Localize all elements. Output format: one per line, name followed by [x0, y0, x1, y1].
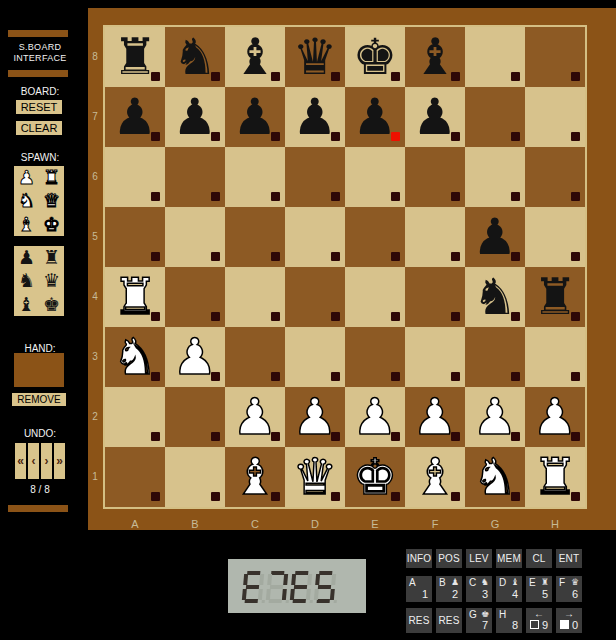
spawn-white-rook[interactable]: ♜	[39, 166, 64, 189]
square-led-b5	[211, 252, 220, 261]
hand-box[interactable]	[14, 353, 64, 387]
undo-controls: «‹›»	[15, 443, 65, 479]
square-led-a8	[151, 72, 160, 81]
square-led-f1	[451, 492, 460, 501]
square-g7[interactable]	[465, 87, 525, 147]
square-d8[interactable]: ♛	[285, 27, 345, 87]
rank-label-4: 4	[88, 291, 102, 302]
rook-icon: ♜	[541, 577, 549, 587]
square-d3[interactable]	[285, 327, 345, 387]
rank-label-2: 2	[88, 411, 102, 422]
rank-label-6: 6	[88, 171, 102, 182]
key-ent[interactable]: ENT	[556, 549, 582, 568]
square-led-h1	[571, 492, 580, 501]
file-label-h: H	[525, 518, 585, 530]
key-digit: 5	[542, 588, 548, 600]
rank-label-7: 7	[88, 111, 102, 122]
square-led-b1	[211, 492, 220, 501]
square-led-c1	[271, 492, 280, 501]
key-letter: G	[469, 609, 477, 620]
segment	[269, 599, 282, 603]
square-g1[interactable]: ♞	[465, 447, 525, 507]
decimal-point	[334, 600, 337, 603]
square-f7[interactable]: ♟	[405, 87, 465, 147]
square-d4[interactable]	[285, 267, 345, 327]
key-d4[interactable]: D♝4	[496, 576, 522, 602]
key-f6[interactable]: F♛6	[556, 576, 582, 602]
spawn-black-king[interactable]: ♚	[39, 293, 64, 316]
square-a8[interactable]: ♜	[105, 27, 165, 87]
square-h2[interactable]: ♟	[525, 387, 585, 447]
square-d1[interactable]: ♛	[285, 447, 345, 507]
key-left-9[interactable]: ←9	[526, 608, 552, 633]
segment	[315, 574, 320, 585]
square-b7[interactable]: ♟	[165, 87, 225, 147]
square-b4[interactable]	[165, 267, 225, 327]
square-led-d1	[331, 492, 340, 501]
square-g5[interactable]: ♟	[465, 207, 525, 267]
square-c6[interactable]	[225, 147, 285, 207]
square-led-a3	[151, 372, 160, 381]
square-e8[interactable]: ♚	[345, 27, 405, 87]
square-h7[interactable]	[525, 87, 585, 147]
right-arrow-icon: →	[556, 608, 582, 619]
decimal-point	[310, 600, 313, 603]
square-g3[interactable]	[465, 327, 525, 387]
lcd-display	[228, 559, 366, 613]
remove-button[interactable]: REMOVE	[12, 393, 66, 406]
file-label-b: B	[165, 518, 225, 530]
segment	[271, 571, 284, 575]
key-h8[interactable]: H8	[496, 608, 522, 633]
square-c8[interactable]: ♝	[225, 27, 285, 87]
spawn-section-label: SPAWN:	[0, 152, 80, 163]
king-icon: ♚	[481, 609, 489, 619]
board-frame: 87654321 ♜♞♝♛♚♝♟♟♟♟♟♟♟♜♞♜♞♟♟♟♟♟♟♟♝♛♚♝♞♜ …	[88, 8, 616, 530]
spawn-black-bishop[interactable]: ♝	[14, 293, 39, 316]
square-g8[interactable]	[465, 27, 525, 87]
left-arrow-icon: ←	[526, 608, 552, 619]
segment	[246, 585, 259, 589]
segment	[331, 574, 336, 585]
square-e7[interactable]: ♟	[345, 87, 405, 147]
square-led-c8	[271, 72, 280, 81]
key-letter: D	[499, 577, 506, 588]
spawn-black-rook[interactable]: ♜	[39, 246, 64, 269]
spawn-panel-black: ♟♜♞♛♝♚	[14, 246, 64, 316]
square-led-g4	[511, 312, 520, 321]
square-c1[interactable]: ♝	[225, 447, 285, 507]
file-label-d: D	[285, 518, 345, 530]
key-letter: H	[499, 609, 506, 620]
key-g7[interactable]: G♚7	[466, 608, 492, 633]
key-label: POS	[436, 549, 462, 568]
undo-section-label: UNDO:	[0, 428, 80, 439]
key-res[interactable]: RES	[436, 608, 462, 633]
square-c4[interactable]	[225, 267, 285, 327]
segment	[330, 589, 335, 600]
square-led-f8	[451, 72, 460, 81]
square-led-d4	[331, 312, 340, 321]
square-h5[interactable]	[525, 207, 585, 267]
spawn-black-knight[interactable]: ♞	[14, 269, 39, 292]
square-led-a7	[151, 132, 160, 141]
key-label: CL	[526, 549, 552, 568]
white-bishop-icon: ♝	[18, 215, 35, 234]
spawn-white-bishop[interactable]: ♝	[14, 213, 39, 236]
square-a4[interactable]: ♜	[105, 267, 165, 327]
square-g2[interactable]: ♟	[465, 387, 525, 447]
square-led-h7	[571, 132, 580, 141]
app-title-line2: INTERFACE	[0, 53, 80, 63]
key-lev[interactable]: LEV	[466, 549, 492, 568]
file-label-e: E	[345, 518, 405, 530]
key-letter: F	[559, 577, 565, 588]
square-led-b7	[211, 132, 220, 141]
square-a2[interactable]	[105, 387, 165, 447]
black-king-icon: ♚	[43, 295, 60, 314]
square-c3[interactable]	[225, 327, 285, 387]
key-b2[interactable]: B♟2	[436, 576, 462, 602]
spawn-black-pawn[interactable]: ♟	[14, 246, 39, 269]
outline-square-icon	[530, 620, 539, 629]
key-letter: A	[409, 577, 416, 588]
square-led-b2	[211, 432, 220, 441]
segment	[317, 599, 330, 603]
spawn-white-queen[interactable]: ♛	[39, 189, 64, 212]
square-led-a1	[151, 492, 160, 501]
segment	[258, 589, 263, 600]
white-king-icon: ♚	[43, 215, 60, 234]
square-f4[interactable]	[405, 267, 465, 327]
square-led-e3	[391, 372, 400, 381]
square-led-f6	[451, 192, 460, 201]
key-label: ENT	[556, 549, 582, 568]
decimal-point	[286, 600, 289, 603]
square-led-f4	[451, 312, 460, 321]
segment	[267, 574, 272, 585]
key-label: INFO	[406, 549, 432, 568]
square-led-a6	[151, 192, 160, 201]
segment	[306, 589, 311, 600]
square-g4[interactable]: ♞	[465, 267, 525, 327]
square-e4[interactable]	[345, 267, 405, 327]
square-e5[interactable]	[345, 207, 405, 267]
segment	[243, 574, 248, 585]
black-bishop-icon: ♝	[18, 295, 35, 314]
sidebar: S.BOARD INTERFACE BOARD: RESET CLEAR SPA…	[0, 0, 80, 530]
square-led-h3	[571, 372, 580, 381]
rank-label-5: 5	[88, 231, 102, 242]
square-b1[interactable]	[165, 447, 225, 507]
square-h4[interactable]: ♜	[525, 267, 585, 327]
square-f8[interactable]: ♝	[405, 27, 465, 87]
square-led-h8	[571, 72, 580, 81]
key-pos[interactable]: POS	[436, 549, 462, 568]
square-d2[interactable]: ♟	[285, 387, 345, 447]
file-label-c: C	[225, 518, 285, 530]
divider-bar	[8, 30, 68, 37]
segment	[307, 574, 312, 585]
key-a1[interactable]: A1	[406, 576, 432, 602]
key-digit: 6	[572, 588, 578, 600]
square-led-c5	[271, 252, 280, 261]
square-h1[interactable]: ♜	[525, 447, 585, 507]
square-a7[interactable]: ♟	[105, 87, 165, 147]
key-digit: 8	[512, 619, 518, 631]
segment	[295, 571, 308, 575]
square-led-e6	[391, 192, 400, 201]
square-e1[interactable]: ♚	[345, 447, 405, 507]
segment	[282, 589, 287, 600]
white-pawn-icon: ♟	[18, 168, 35, 187]
white-rook-icon: ♜	[43, 168, 60, 187]
key-right-0[interactable]: →0	[556, 608, 582, 633]
spawn-panel-white: ♟♜♞♛♝♚	[14, 166, 64, 236]
key-mem[interactable]: MEM	[496, 549, 522, 568]
white-knight-icon: ♞	[18, 191, 35, 210]
key-digit: 4	[512, 588, 518, 600]
square-c2[interactable]: ♟	[225, 387, 285, 447]
square-b2[interactable]	[165, 387, 225, 447]
square-g6[interactable]	[465, 147, 525, 207]
square-f3[interactable]	[405, 327, 465, 387]
segment	[319, 571, 332, 575]
file-label-g: G	[465, 518, 525, 530]
key-digit: 7	[482, 619, 488, 631]
square-led-d2	[331, 432, 340, 441]
square-led-d6	[331, 192, 340, 201]
square-led-g8	[511, 72, 520, 81]
square-a3[interactable]: ♞	[105, 327, 165, 387]
divider-bar	[8, 70, 68, 77]
square-led-b3	[211, 372, 220, 381]
square-f1[interactable]: ♝	[405, 447, 465, 507]
key-digit: 3	[482, 588, 488, 600]
key-label: RES	[436, 608, 462, 633]
square-led-h5	[571, 252, 580, 261]
key-cl[interactable]: CL	[526, 549, 552, 568]
board-squares: ♜♞♝♛♚♝♟♟♟♟♟♟♟♜♞♜♞♟♟♟♟♟♟♟♝♛♚♝♞♜	[103, 25, 587, 509]
square-led-d8	[331, 72, 340, 81]
square-d6[interactable]	[285, 147, 345, 207]
undo-button[interactable]: ‹	[28, 443, 39, 479]
redo-button[interactable]: ›	[41, 443, 52, 479]
filled-square-icon	[560, 620, 569, 629]
lcd-digit-1	[242, 571, 265, 603]
square-led-d5	[331, 252, 340, 261]
square-led-e7	[391, 132, 400, 141]
square-led-f2	[451, 432, 460, 441]
square-f5[interactable]	[405, 207, 465, 267]
square-h3[interactable]	[525, 327, 585, 387]
black-knight-icon: ♞	[18, 271, 35, 290]
lcd-digit-4	[314, 571, 337, 603]
segment	[318, 585, 331, 589]
segment	[245, 599, 258, 603]
key-c3[interactable]: C♞3	[466, 576, 492, 602]
square-led-c2	[271, 432, 280, 441]
square-b5[interactable]	[165, 207, 225, 267]
segment	[291, 574, 296, 585]
key-digit: 2	[452, 588, 458, 600]
clear-button[interactable]: CLEAR	[16, 121, 62, 135]
black-pawn-icon: ♟	[18, 248, 35, 267]
undo-all-button[interactable]: «	[15, 443, 26, 479]
queen-icon: ♛	[571, 577, 579, 587]
square-led-e5	[391, 252, 400, 261]
square-b6[interactable]	[165, 147, 225, 207]
square-c7[interactable]: ♟	[225, 87, 285, 147]
knight-icon: ♞	[481, 577, 489, 587]
key-digit: 1	[422, 588, 428, 600]
square-led-g6	[511, 192, 520, 201]
key-digit: 0	[572, 619, 578, 631]
square-led-g5	[511, 252, 520, 261]
square-led-c3	[271, 372, 280, 381]
square-led-a5	[151, 252, 160, 261]
segment	[294, 585, 307, 589]
key-label: LEV	[466, 549, 492, 568]
spawn-black-queen[interactable]: ♛	[39, 269, 64, 292]
square-led-c7	[271, 132, 280, 141]
key-letter: B	[439, 577, 446, 588]
bishop-icon: ♝	[511, 577, 519, 587]
segment	[247, 571, 260, 575]
key-label: MEM	[496, 549, 522, 568]
spawn-white-pawn[interactable]: ♟	[14, 166, 39, 189]
black-queen-icon: ♛	[43, 271, 60, 290]
square-led-f5	[451, 252, 460, 261]
square-f6[interactable]	[405, 147, 465, 207]
square-led-h2	[571, 432, 580, 441]
reset-button[interactable]: RESET	[16, 100, 62, 114]
square-led-b8	[211, 72, 220, 81]
key-letter: C	[469, 577, 476, 588]
pawn-icon: ♟	[451, 577, 459, 587]
square-a1[interactable]	[105, 447, 165, 507]
divider-bar	[8, 505, 68, 512]
app-title-line1: S.BOARD	[0, 42, 80, 52]
square-led-a2	[151, 432, 160, 441]
square-led-e4	[391, 312, 400, 321]
square-led-d3	[331, 372, 340, 381]
key-letter: E	[529, 577, 536, 588]
square-led-c4	[271, 312, 280, 321]
square-b8[interactable]: ♞	[165, 27, 225, 87]
spawn-white-king[interactable]: ♚	[39, 213, 64, 236]
rank-label-1: 1	[88, 471, 102, 482]
square-led-f7	[451, 132, 460, 141]
board-section-label: BOARD:	[0, 86, 80, 97]
square-led-e2	[391, 432, 400, 441]
square-led-e1	[391, 492, 400, 501]
rank-label-3: 3	[88, 351, 102, 362]
key-e5[interactable]: E♜5	[526, 576, 552, 602]
file-label-a: A	[105, 518, 165, 530]
square-f2[interactable]: ♟	[405, 387, 465, 447]
file-label-f: F	[405, 518, 465, 530]
square-led-c6	[271, 192, 280, 201]
square-led-b6	[211, 192, 220, 201]
square-a5[interactable]	[105, 207, 165, 267]
square-d5[interactable]	[285, 207, 345, 267]
segment	[293, 599, 306, 603]
rank-label-8: 8	[88, 51, 102, 62]
square-led-g3	[511, 372, 520, 381]
redo-all-button[interactable]: »	[54, 443, 65, 479]
square-e2[interactable]: ♟	[345, 387, 405, 447]
segment	[259, 574, 264, 585]
square-led-h4	[571, 312, 580, 321]
square-led-f3	[451, 372, 460, 381]
square-led-g2	[511, 432, 520, 441]
key-res[interactable]: RES	[406, 608, 432, 633]
spawn-white-knight[interactable]: ♞	[14, 189, 39, 212]
black-rook-icon: ♜	[43, 248, 60, 267]
square-a6[interactable]	[105, 147, 165, 207]
square-e3[interactable]	[345, 327, 405, 387]
square-c5[interactable]	[225, 207, 285, 267]
segment	[283, 574, 288, 585]
square-h6[interactable]	[525, 147, 585, 207]
segment	[270, 585, 283, 589]
square-led-a4	[151, 312, 160, 321]
square-h8[interactable]	[525, 27, 585, 87]
decimal-point	[262, 600, 265, 603]
key-label: RES	[406, 608, 432, 633]
white-queen-icon: ♛	[43, 191, 60, 210]
square-e6[interactable]	[345, 147, 405, 207]
lcd-digit-3	[290, 571, 313, 603]
square-led-g7	[511, 132, 520, 141]
square-led-b4	[211, 312, 220, 321]
key-digit: 9	[542, 619, 548, 631]
square-led-e8	[391, 72, 400, 81]
undo-count: 8 / 8	[0, 484, 80, 495]
square-led-h6	[571, 192, 580, 201]
key-info[interactable]: INFO	[406, 549, 432, 568]
lcd-digit-2	[266, 571, 289, 603]
square-b3[interactable]: ♟	[165, 327, 225, 387]
square-led-d7	[331, 132, 340, 141]
square-led-g1	[511, 492, 520, 501]
square-d7[interactable]: ♟	[285, 87, 345, 147]
